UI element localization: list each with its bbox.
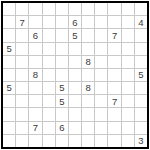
cell-clue: 6: [56, 122, 68, 134]
cell-clue: 4: [135, 16, 147, 28]
cell-empty[interactable]: [43, 82, 55, 94]
cell-empty[interactable]: [16, 122, 28, 134]
cell-clue: 5: [3, 43, 15, 55]
cell-empty[interactable]: [3, 3, 15, 15]
cell-empty[interactable]: [29, 135, 41, 147]
cell-empty[interactable]: [82, 108, 94, 120]
cell-empty[interactable]: [29, 95, 41, 107]
cell-empty[interactable]: [16, 3, 28, 15]
cell-empty[interactable]: [16, 135, 28, 147]
cell-clue: 5: [56, 95, 68, 107]
cell-empty[interactable]: [69, 69, 81, 81]
cell-clue: 6: [69, 16, 81, 28]
cell-empty[interactable]: [108, 108, 120, 120]
cell-empty[interactable]: [135, 108, 147, 120]
cell-empty[interactable]: [69, 3, 81, 15]
cell-empty[interactable]: [82, 69, 94, 81]
cell-empty[interactable]: [122, 29, 134, 41]
cell-clue: 7: [16, 16, 28, 28]
cell-empty[interactable]: [3, 56, 15, 68]
cell-empty[interactable]: [69, 135, 81, 147]
cell-empty[interactable]: [56, 135, 68, 147]
cell-clue: 7: [108, 29, 120, 41]
cell-empty[interactable]: [122, 135, 134, 147]
cell-empty[interactable]: [82, 135, 94, 147]
cell-empty[interactable]: [16, 56, 28, 68]
cell-empty[interactable]: [135, 43, 147, 55]
cell-empty[interactable]: [108, 16, 120, 28]
cell-empty[interactable]: [29, 82, 41, 94]
cell-clue: 5: [3, 82, 15, 94]
cell-empty[interactable]: [43, 122, 55, 134]
cell-empty[interactable]: [56, 56, 68, 68]
cell-empty[interactable]: [122, 82, 134, 94]
cell-clue: 8: [82, 82, 94, 94]
cell-empty[interactable]: [95, 43, 107, 55]
cell-empty[interactable]: [43, 56, 55, 68]
cell-empty[interactable]: [56, 43, 68, 55]
cell-empty[interactable]: [16, 43, 28, 55]
cell-empty[interactable]: [56, 108, 68, 120]
cell-empty[interactable]: [29, 16, 41, 28]
cell-empty[interactable]: [16, 69, 28, 81]
cell-empty[interactable]: [95, 135, 107, 147]
cell-empty[interactable]: [122, 95, 134, 107]
cell-empty[interactable]: [43, 95, 55, 107]
cell-empty[interactable]: [16, 82, 28, 94]
cell-empty[interactable]: [43, 16, 55, 28]
cell-empty[interactable]: [43, 3, 55, 15]
cell-empty[interactable]: [82, 43, 94, 55]
cell-empty[interactable]: [108, 3, 120, 15]
cell-empty[interactable]: [16, 29, 28, 41]
cell-empty[interactable]: [82, 122, 94, 134]
cell-empty[interactable]: [135, 56, 147, 68]
cell-empty[interactable]: [122, 43, 134, 55]
cell-empty[interactable]: [56, 29, 68, 41]
cell-empty[interactable]: [3, 16, 15, 28]
cell-empty[interactable]: [122, 16, 134, 28]
cell-empty[interactable]: [82, 29, 94, 41]
cell-empty[interactable]: [122, 69, 134, 81]
cell-clue: 5: [56, 82, 68, 94]
cell-empty[interactable]: [3, 29, 15, 41]
cell-empty[interactable]: [69, 82, 81, 94]
cell-empty[interactable]: [29, 3, 41, 15]
cell-empty[interactable]: [122, 3, 134, 15]
cell-empty[interactable]: [56, 16, 68, 28]
cell-empty[interactable]: [43, 69, 55, 81]
cell-empty[interactable]: [29, 56, 41, 68]
cell-empty[interactable]: [69, 95, 81, 107]
cell-empty[interactable]: [108, 56, 120, 68]
cell-empty[interactable]: [69, 122, 81, 134]
cell-empty[interactable]: [82, 3, 94, 15]
cell-clue: 5: [69, 29, 81, 41]
cell-empty[interactable]: [95, 95, 107, 107]
cell-empty[interactable]: [95, 69, 107, 81]
cell-empty[interactable]: [95, 29, 107, 41]
cell-empty[interactable]: [122, 122, 134, 134]
cell-empty[interactable]: [69, 108, 81, 120]
cell-empty[interactable]: [82, 95, 94, 107]
cell-empty[interactable]: [122, 56, 134, 68]
puzzle-board: 764657588555857763: [1, 1, 149, 149]
cell-clue: 8: [29, 69, 41, 81]
cell-empty[interactable]: [69, 56, 81, 68]
cell-empty[interactable]: [56, 3, 68, 15]
cell-empty[interactable]: [122, 108, 134, 120]
cell-empty[interactable]: [43, 135, 55, 147]
cell-empty[interactable]: [135, 122, 147, 134]
cell-clue: 7: [108, 95, 120, 107]
cell-empty[interactable]: [95, 108, 107, 120]
cell-clue: 7: [29, 122, 41, 134]
cell-empty[interactable]: [29, 43, 41, 55]
cell-empty[interactable]: [16, 95, 28, 107]
cell-empty[interactable]: [69, 43, 81, 55]
cell-empty[interactable]: [135, 95, 147, 107]
cell-clue: 5: [135, 69, 147, 81]
cell-empty[interactable]: [135, 29, 147, 41]
cell-empty[interactable]: [135, 3, 147, 15]
cell-empty[interactable]: [29, 108, 41, 120]
cell-empty[interactable]: [56, 69, 68, 81]
cell-empty[interactable]: [108, 69, 120, 81]
cell-empty[interactable]: [95, 82, 107, 94]
cell-empty[interactable]: [3, 135, 15, 147]
cell-empty[interactable]: [95, 122, 107, 134]
cell-empty[interactable]: [3, 122, 15, 134]
cell-empty[interactable]: [108, 43, 120, 55]
cell-empty[interactable]: [3, 69, 15, 81]
cell-empty[interactable]: [108, 135, 120, 147]
cell-clue: 8: [82, 56, 94, 68]
cell-empty[interactable]: [108, 122, 120, 134]
cell-empty[interactable]: [3, 108, 15, 120]
cell-empty[interactable]: [16, 108, 28, 120]
cell-empty[interactable]: [43, 108, 55, 120]
cell-empty[interactable]: [95, 16, 107, 28]
cell-empty[interactable]: [43, 43, 55, 55]
cell-empty[interactable]: [95, 56, 107, 68]
cell-clue: 3: [135, 135, 147, 147]
cell-empty[interactable]: [43, 29, 55, 41]
cell-empty[interactable]: [108, 82, 120, 94]
cell-empty[interactable]: [95, 3, 107, 15]
cell-clue: 6: [29, 29, 41, 41]
cell-empty[interactable]: [82, 16, 94, 28]
cell-empty[interactable]: [3, 95, 15, 107]
cell-empty[interactable]: [135, 82, 147, 94]
